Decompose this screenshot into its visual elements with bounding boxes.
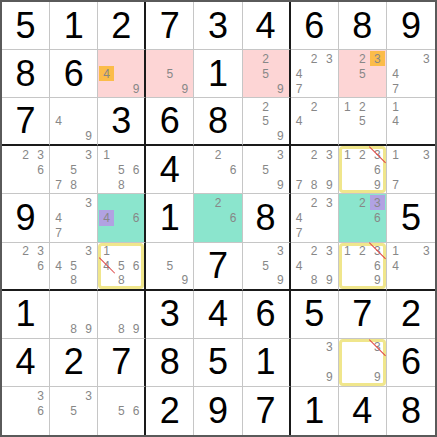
cell-r5c8[interactable]: 236 [339, 194, 387, 242]
cell-r3c2[interactable]: 49 [50, 98, 98, 146]
candidate-1 [292, 195, 307, 210]
candidate-9: 9 [273, 129, 288, 144]
digit: 1 [304, 393, 324, 429]
candidate-3: 3 [33, 388, 48, 403]
candidate-2: 2 [307, 195, 322, 210]
candidate-1 [340, 340, 355, 355]
candidate-6 [322, 210, 337, 225]
cell-r7c8[interactable]: 7 [339, 291, 387, 339]
candidate-2 [114, 244, 129, 259]
cell-r7c7[interactable]: 5 [291, 291, 339, 339]
candidate-1 [147, 244, 162, 259]
candidate-grid: 39 [291, 339, 338, 386]
cell-r3c4[interactable]: 6 [146, 98, 194, 146]
candidate-8 [355, 177, 370, 192]
candidate-8 [114, 81, 129, 96]
cell-r6c4[interactable]: 59 [146, 243, 194, 291]
cell-r5c3[interactable]: 46 [98, 194, 146, 242]
candidate-grid: 49 [98, 50, 144, 97]
cell-r4c2[interactable]: 3578 [50, 146, 98, 194]
candidate-grid: 12369 [339, 146, 386, 193]
cell-r5c6[interactable]: 8 [243, 194, 291, 242]
digit: 2 [64, 344, 84, 380]
candidate-1 [244, 99, 259, 114]
digit: 4 [256, 8, 276, 44]
digit: 9 [208, 393, 228, 429]
candidate-4 [99, 307, 114, 322]
candidate-4 [51, 162, 66, 177]
cell-r6c5[interactable]: 7 [194, 243, 242, 291]
candidate-8 [66, 419, 81, 434]
cell-r8c9[interactable]: 6 [387, 339, 435, 387]
candidate-8: 8 [307, 273, 322, 288]
cell-r4c6[interactable]: 359 [243, 146, 291, 194]
candidate-3: 3 [322, 147, 337, 162]
cell-r1c5[interactable]: 3 [194, 2, 242, 50]
candidate-2 [66, 388, 81, 403]
candidate-6 [81, 114, 96, 129]
candidate-3: 3 [81, 388, 96, 403]
candidate-9 [226, 177, 241, 192]
candidate-6 [419, 258, 434, 273]
candidate-1: 1 [388, 99, 403, 114]
cell-r3c3[interactable]: 3 [98, 98, 146, 146]
candidate-5 [66, 114, 81, 129]
cell-r7c1[interactable]: 1 [2, 291, 50, 339]
candidate-8 [258, 273, 273, 288]
candidate-5: 5 [355, 114, 370, 129]
candidate-grid: 259 [243, 98, 289, 144]
digit: 6 [160, 103, 180, 139]
candidate-1 [292, 244, 307, 259]
candidate-2 [114, 388, 129, 403]
candidate-1 [99, 388, 114, 403]
candidate-3 [129, 244, 144, 259]
candidate-grid: 2347 [291, 194, 338, 241]
cell-r6c6[interactable]: 359 [243, 243, 291, 291]
digit: 5 [208, 344, 228, 380]
cell-r9c1[interactable]: 36 [2, 387, 50, 435]
digit: 9 [16, 200, 36, 236]
candidate-7 [292, 370, 307, 385]
cell-r7c6[interactable]: 6 [243, 291, 291, 339]
candidate-7 [244, 129, 259, 144]
candidate-9 [129, 177, 144, 192]
cell-r9c7[interactable]: 1 [291, 387, 339, 435]
candidate-grid: 14 [387, 98, 435, 144]
candidate-1 [340, 51, 355, 66]
cell-r1c6[interactable]: 4 [243, 2, 291, 50]
candidate-4 [244, 66, 259, 81]
candidate-6 [370, 355, 385, 370]
candidate-7: 7 [51, 177, 66, 192]
candidate-2: 2 [355, 51, 370, 66]
candidate-4 [292, 355, 307, 370]
candidate-5 [307, 66, 322, 81]
digit: 2 [160, 393, 180, 429]
candidate-4: 4 [51, 258, 66, 273]
candidate-8 [258, 81, 273, 96]
candidate-2 [307, 340, 322, 355]
candidate-8 [258, 177, 273, 192]
candidate-8 [355, 81, 370, 96]
candidate-5 [307, 258, 322, 273]
candidate-6 [419, 162, 434, 177]
cell-r7c5[interactable]: 4 [194, 291, 242, 339]
cell-r3c8[interactable]: 125 [339, 98, 387, 146]
cell-r2c9[interactable]: 347 [387, 50, 435, 98]
cell-r3c9[interactable]: 14 [387, 98, 435, 146]
candidate-7 [292, 129, 307, 144]
candidate-grid: 89 [98, 291, 144, 338]
candidate-4 [244, 114, 259, 129]
digit: 2 [111, 8, 131, 44]
candidate-7 [3, 177, 18, 192]
cell-r4c5[interactable]: 26 [194, 146, 242, 194]
candidate-9 [81, 226, 96, 241]
candidate-5: 5 [162, 66, 177, 81]
candidate-2 [66, 244, 81, 259]
cell-r7c4[interactable]: 3 [146, 291, 194, 339]
cell-r6c1[interactable]: 236 [2, 243, 50, 291]
candidate-1 [3, 147, 18, 162]
cell-r9c4[interactable]: 2 [146, 387, 194, 435]
candidate-9: 9 [177, 81, 192, 96]
cell-r1c8[interactable]: 8 [339, 2, 387, 50]
candidate-grid: 26 [194, 194, 241, 241]
candidate-7 [340, 370, 355, 385]
candidate-3: 3 [33, 244, 48, 259]
cell-r2c4[interactable]: 59 [146, 50, 194, 98]
candidate-grid: 359 [243, 243, 289, 289]
cell-r8c3[interactable]: 7 [98, 339, 146, 387]
cell-r8c7[interactable]: 39 [291, 339, 339, 387]
candidate-9 [322, 226, 337, 241]
candidate-1 [292, 51, 307, 66]
cell-r8c8[interactable]: 39 [339, 339, 387, 387]
cell-r5c2[interactable]: 347 [50, 194, 98, 242]
cell-r5c7[interactable]: 2347 [291, 194, 339, 242]
candidate-9 [81, 177, 96, 192]
candidate-grid: 1568 [98, 146, 144, 193]
candidate-8 [355, 273, 370, 288]
candidate-7 [388, 273, 403, 288]
candidate-3 [81, 99, 96, 114]
candidate-6 [419, 114, 434, 129]
candidate-7 [51, 273, 66, 288]
candidate-7 [3, 419, 18, 434]
digit: 6 [401, 344, 421, 380]
cell-r3c5[interactable]: 8 [194, 98, 242, 146]
candidate-1 [292, 147, 307, 162]
candidate-5: 5 [162, 258, 177, 273]
candidate-4 [3, 162, 18, 177]
cell-r6c8[interactable]: 12369 [339, 243, 387, 291]
cell-r1c3[interactable]: 2 [98, 2, 146, 50]
digit: 7 [111, 344, 131, 380]
candidate-3 [177, 244, 192, 259]
candidate-2 [114, 195, 129, 210]
candidate-7: 7 [292, 226, 307, 241]
cell-r8c4[interactable]: 8 [146, 339, 194, 387]
candidate-5 [355, 210, 370, 225]
cell-r2c2[interactable]: 6 [50, 50, 98, 98]
cell-r4c3[interactable]: 1568 [98, 146, 146, 194]
digit: 4 [352, 393, 372, 429]
candidate-5 [403, 162, 418, 177]
candidate-4 [292, 162, 307, 177]
candidate-1 [99, 195, 114, 210]
candidate-1: 1 [388, 147, 403, 162]
cell-r4c4[interactable]: 4 [146, 146, 194, 194]
candidate-3: 3 [322, 51, 337, 66]
candidate-9: 9 [81, 322, 96, 337]
candidate-5: 5 [258, 66, 273, 81]
candidate-2 [18, 388, 33, 403]
candidate-6 [273, 162, 288, 177]
cell-r4c1[interactable]: 236 [2, 146, 50, 194]
cell-r9c3[interactable]: 56 [98, 387, 146, 435]
candidate-6: 6 [129, 210, 144, 225]
cell-r6c9[interactable]: 134 [387, 243, 435, 291]
candidate-4: 4 [292, 66, 307, 81]
candidate-7 [340, 226, 355, 241]
candidate-6 [322, 355, 337, 370]
cell-r9c9[interactable]: 8 [387, 387, 435, 435]
cell-r2c5[interactable]: 1 [194, 50, 242, 98]
candidate-7 [147, 273, 162, 288]
cell-r4c8[interactable]: 12369 [339, 146, 387, 194]
digit: 3 [111, 103, 131, 139]
candidate-8: 8 [66, 273, 81, 288]
candidate-7 [195, 177, 210, 192]
cell-r2c8[interactable]: 235 [339, 50, 387, 98]
cell-r6c7[interactable]: 23489 [291, 243, 339, 291]
candidate-8: 8 [114, 273, 129, 288]
candidate-4 [147, 66, 162, 81]
candidate-3: 3 [322, 195, 337, 210]
digit: 3 [160, 296, 180, 332]
candidate-2 [114, 147, 129, 162]
candidate-9: 9 [370, 177, 385, 192]
candidate-6 [81, 258, 96, 273]
digit: 4 [16, 344, 36, 380]
cell-r2c7[interactable]: 2347 [291, 50, 339, 98]
candidate-1 [195, 147, 210, 162]
candidate-grid: 36 [2, 387, 49, 435]
candidate-grid: 89 [50, 291, 97, 338]
candidate-2 [66, 195, 81, 210]
cell-r9c5[interactable]: 9 [194, 387, 242, 435]
cell-r2c6[interactable]: 259 [243, 50, 291, 98]
cell-r4c9[interactable]: 137 [387, 146, 435, 194]
candidate-6 [81, 210, 96, 225]
candidate-8 [18, 273, 33, 288]
cell-r5c4[interactable]: 1 [146, 194, 194, 242]
candidate-3 [226, 147, 241, 162]
candidate-9: 9 [322, 370, 337, 385]
candidate-grid: 24 [291, 98, 338, 144]
candidate-5: 5 [66, 162, 81, 177]
candidate-8: 8 [66, 177, 81, 192]
candidate-6 [322, 66, 337, 81]
candidate-grid: 359 [243, 146, 289, 193]
candidate-2 [258, 147, 273, 162]
candidate-1: 1 [99, 244, 114, 259]
candidate-1 [292, 340, 307, 355]
candidate-7 [99, 81, 114, 96]
candidate-7 [51, 419, 66, 434]
candidate-5 [18, 162, 33, 177]
candidate-2: 2 [355, 195, 370, 210]
candidate-7 [244, 273, 259, 288]
candidate-9 [322, 81, 337, 96]
cell-r6c2[interactable]: 3458 [50, 243, 98, 291]
candidate-9 [129, 226, 144, 241]
cell-r8c1[interactable]: 4 [2, 339, 50, 387]
candidate-3 [129, 195, 144, 210]
digit: 9 [401, 8, 421, 44]
candidate-7 [147, 81, 162, 96]
candidate-9 [370, 129, 385, 144]
candidate-2: 2 [18, 244, 33, 259]
candidate-6 [273, 114, 288, 129]
digit: 8 [16, 56, 36, 92]
digit: 5 [304, 296, 324, 332]
cell-r1c4[interactable]: 7 [146, 2, 194, 50]
candidate-4 [340, 210, 355, 225]
candidate-4 [388, 162, 403, 177]
cell-r3c7[interactable]: 24 [291, 98, 339, 146]
candidate-3 [273, 51, 288, 66]
candidate-8 [66, 129, 81, 144]
candidate-5 [355, 162, 370, 177]
cell-r7c9[interactable]: 2 [387, 291, 435, 339]
candidate-2: 2 [307, 99, 322, 114]
cell-r9c2[interactable]: 35 [50, 387, 98, 435]
digit: 6 [304, 8, 324, 44]
cell-r8c6[interactable]: 1 [243, 339, 291, 387]
cell-r1c9[interactable]: 9 [387, 2, 435, 50]
candidate-9 [419, 81, 434, 96]
cell-r7c3[interactable]: 89 [98, 291, 146, 339]
candidate-4: 4 [99, 66, 114, 81]
candidate-6 [322, 114, 337, 129]
candidate-grid: 39 [339, 339, 386, 386]
candidate-6: 6 [370, 162, 385, 177]
cell-r2c3[interactable]: 49 [98, 50, 146, 98]
cell-r5c9[interactable]: 5 [387, 194, 435, 242]
candidate-1: 1 [99, 147, 114, 162]
candidate-grid: 23489 [291, 243, 338, 289]
candidate-2 [162, 51, 177, 66]
candidate-3 [370, 99, 385, 114]
candidate-4 [147, 258, 162, 273]
candidate-grid: 3458 [50, 243, 97, 289]
digit: 5 [16, 8, 36, 44]
candidate-9: 9 [273, 177, 288, 192]
candidate-7 [51, 129, 66, 144]
candidate-9 [226, 226, 241, 241]
candidate-6: 6 [129, 258, 144, 273]
cell-r8c5[interactable]: 5 [194, 339, 242, 387]
cell-r3c6[interactable]: 259 [243, 98, 291, 146]
cell-r1c7[interactable]: 6 [291, 2, 339, 50]
cell-r5c5[interactable]: 26 [194, 194, 242, 242]
candidate-7 [99, 226, 114, 241]
candidate-1: 1 [340, 147, 355, 162]
candidate-grid: 347 [50, 194, 97, 241]
candidate-2 [403, 99, 418, 114]
candidate-grid: 23789 [291, 146, 338, 193]
cell-r9c8[interactable]: 4 [339, 387, 387, 435]
cell-r3c1[interactable]: 7 [2, 98, 50, 146]
candidate-4: 4 [99, 258, 114, 273]
cell-r1c1[interactable]: 5 [2, 2, 50, 50]
candidate-3: 3 [81, 195, 96, 210]
candidate-6 [273, 66, 288, 81]
candidate-6 [177, 258, 192, 273]
candidate-8 [355, 129, 370, 144]
candidate-7 [99, 419, 114, 434]
candidate-grid: 137 [387, 146, 435, 193]
candidate-2 [258, 244, 273, 259]
candidate-3 [129, 388, 144, 403]
cell-r2c1[interactable]: 8 [2, 50, 50, 98]
candidate-4: 4 [388, 258, 403, 273]
candidate-6: 6 [226, 162, 241, 177]
candidate-1 [388, 51, 403, 66]
candidate-6 [370, 66, 385, 81]
candidate-1 [195, 195, 210, 210]
candidate-6: 6 [33, 258, 48, 273]
candidate-2: 2 [210, 195, 225, 210]
candidate-2: 2 [210, 147, 225, 162]
candidate-9 [33, 419, 48, 434]
candidate-7 [244, 177, 259, 192]
candidate-2: 2 [355, 244, 370, 259]
candidate-2 [114, 51, 129, 66]
candidate-grid: 3578 [50, 146, 97, 193]
candidate-8 [355, 226, 370, 241]
candidate-7 [340, 177, 355, 192]
candidate-5 [355, 355, 370, 370]
cell-r6c3[interactable]: 14568 [98, 243, 146, 291]
cell-r5c1[interactable]: 9 [2, 194, 50, 242]
cell-r9c6[interactable]: 7 [243, 387, 291, 435]
candidate-3 [322, 99, 337, 114]
digit: 5 [401, 200, 421, 236]
candidate-grid: 236 [2, 146, 49, 193]
candidate-4: 4 [388, 114, 403, 129]
candidate-6 [129, 307, 144, 322]
cell-r4c7[interactable]: 23789 [291, 146, 339, 194]
candidate-5 [114, 210, 129, 225]
candidate-4: 4 [51, 114, 66, 129]
candidate-5 [307, 114, 322, 129]
digit: 8 [401, 393, 421, 429]
candidate-8 [162, 81, 177, 96]
cell-r7c2[interactable]: 89 [50, 291, 98, 339]
candidate-5: 5 [258, 162, 273, 177]
cell-r8c2[interactable]: 2 [50, 339, 98, 387]
candidate-8 [307, 81, 322, 96]
cell-r1c2[interactable]: 1 [50, 2, 98, 50]
digit: 2 [401, 296, 421, 332]
candidate-6: 6 [129, 403, 144, 418]
digit: 1 [160, 200, 180, 236]
candidate-7: 7 [292, 177, 307, 192]
